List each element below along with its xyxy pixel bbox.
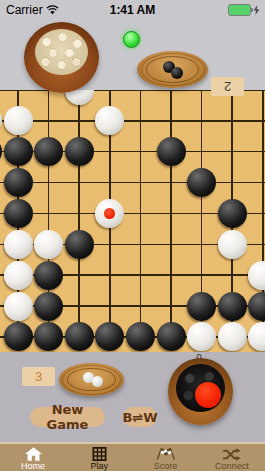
- white-stone: [248, 261, 265, 290]
- black-stone: [0, 137, 2, 166]
- captured-white-stone: [92, 376, 103, 387]
- tab-label: Connect: [215, 462, 249, 471]
- black-stones-heap: [176, 364, 225, 412]
- grid-line: [140, 90, 142, 338]
- black-stone: [65, 322, 94, 351]
- black-stone: [187, 292, 216, 321]
- tab-bar: HomePlayScoreConnect: [0, 442, 265, 471]
- black-stones-bowl: [168, 358, 233, 425]
- captured-black-lid: [137, 51, 208, 88]
- bottom-player-tray: 0 3 New Game B⇌W: [0, 352, 265, 442]
- white-stone: [187, 322, 216, 351]
- swap-colors-button[interactable]: B⇌W: [123, 407, 157, 427]
- captured-count-bottom: 3: [22, 367, 55, 386]
- black-stone: [34, 322, 63, 351]
- black-stone: [34, 292, 63, 321]
- black-stone: [187, 168, 216, 197]
- black-stone: [4, 137, 33, 166]
- tab-play[interactable]: Play: [66, 444, 132, 471]
- status-bar: Carrier 1:41 AM: [0, 0, 265, 20]
- battery-icon: [228, 4, 251, 16]
- white-stone: [0, 106, 2, 135]
- white-stone: [4, 261, 33, 290]
- white-stones-heap: [35, 29, 88, 75]
- black-stone: [4, 168, 33, 197]
- top-player-tray: 2: [0, 20, 265, 90]
- white-stone: [218, 322, 247, 351]
- black-stone: [4, 199, 33, 228]
- black-stone: [218, 292, 247, 321]
- last-move-red-dot: [104, 208, 115, 219]
- white-stone: [34, 230, 63, 259]
- shuffle-icon: [222, 447, 241, 461]
- black-stone: [157, 137, 186, 166]
- white-stone: [4, 230, 33, 259]
- tab-connect[interactable]: Connect: [199, 444, 265, 471]
- white-stone: [4, 292, 33, 321]
- black-stone: [65, 230, 94, 259]
- white-stone: [4, 106, 33, 135]
- go-board-grid-icon: [92, 447, 107, 461]
- captured-black-stone: [171, 67, 183, 79]
- white-stone: [95, 106, 124, 135]
- black-stone: [4, 322, 33, 351]
- crossed-flags-icon: [155, 447, 177, 461]
- tab-score[interactable]: Score: [133, 444, 199, 471]
- new-game-button[interactable]: New Game: [30, 407, 105, 427]
- black-stone: [157, 322, 186, 351]
- red-disc: [195, 382, 221, 408]
- captured-white-lid: [59, 363, 124, 396]
- black-stone: [65, 137, 94, 166]
- tab-label: Play: [91, 462, 109, 471]
- black-stone: [34, 261, 63, 290]
- black-stone: [248, 292, 265, 321]
- white-stone: [248, 322, 265, 351]
- home-icon: [25, 447, 42, 461]
- go-board[interactable]: [0, 90, 265, 353]
- white-stones-bowl: [24, 22, 99, 93]
- turn-indicator-dot: [123, 31, 140, 48]
- black-stone: [34, 137, 63, 166]
- tab-home[interactable]: Home: [0, 444, 66, 471]
- captured-count-top: 2: [211, 77, 244, 96]
- black-stone: [126, 322, 155, 351]
- grid-line: [78, 90, 80, 338]
- black-stone: [95, 322, 124, 351]
- tab-label: Score: [154, 462, 178, 471]
- white-stone: [95, 199, 124, 228]
- grid-line: [170, 90, 172, 338]
- grid-line: [0, 182, 265, 184]
- grid-line: [0, 120, 265, 122]
- clock: 1:41 AM: [0, 3, 265, 17]
- white-stone: [218, 230, 247, 259]
- charging-bolt-icon: [253, 5, 260, 15]
- black-stone: [218, 199, 247, 228]
- tab-label: Home: [21, 462, 45, 471]
